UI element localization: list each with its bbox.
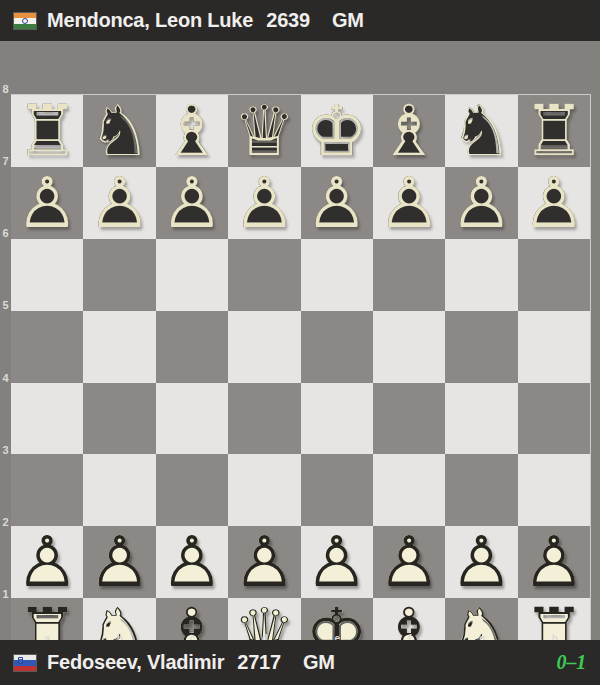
top-player-name: Mendonca, Leon Luke <box>47 9 253 32</box>
square-a7[interactable]: ♟♙ <box>11 167 83 239</box>
piece-white-pawn: ♟♙ <box>11 526 83 598</box>
piece-black-king: ♚♔ <box>301 95 373 167</box>
square-c3[interactable] <box>156 454 228 526</box>
piece-black-pawn: ♟♙ <box>518 167 590 239</box>
piece-black-pawn: ♟♙ <box>301 167 373 239</box>
piece-black-rook: ♜♖ <box>11 95 83 167</box>
square-f3[interactable] <box>373 454 445 526</box>
square-f8[interactable]: ♝♗ <box>373 95 445 167</box>
square-a6[interactable] <box>11 239 83 311</box>
square-e5[interactable] <box>301 311 373 383</box>
square-d6[interactable] <box>228 239 300 311</box>
chess-board[interactable]: ♜♖♞♘♝♗♛♕♚♔♝♗♞♘♜♖♟♙♟♙♟♙♟♙♟♙♟♙♟♙♟♙♟♙♟♙♟♙♟♙… <box>11 94 591 671</box>
piece-black-rook: ♜♖ <box>518 95 590 167</box>
piece-black-bishop: ♝♗ <box>373 95 445 167</box>
bottom-player-bar: Fedoseev, Vladimir 2717 GM 0–1 <box>0 640 600 685</box>
ashoka-chakra-icon <box>22 18 28 24</box>
square-g2[interactable]: ♟♙ <box>445 526 517 598</box>
square-e7[interactable]: ♟♙ <box>301 167 373 239</box>
piece-black-pawn: ♟♙ <box>445 167 517 239</box>
square-a8[interactable]: ♜♖ <box>11 95 83 167</box>
piece-white-pawn: ♟♙ <box>518 526 590 598</box>
piece-black-pawn: ♟♙ <box>83 167 155 239</box>
square-e8[interactable]: ♚♔ <box>301 95 373 167</box>
square-e4[interactable] <box>301 383 373 455</box>
square-e6[interactable] <box>301 239 373 311</box>
square-d8[interactable]: ♛♕ <box>228 95 300 167</box>
bottom-player-title: GM <box>303 651 335 674</box>
square-b2[interactable]: ♟♙ <box>83 526 155 598</box>
rank-label-8: 8 <box>0 53 11 125</box>
bottom-player-rating: 2717 <box>237 651 281 674</box>
square-g7[interactable]: ♟♙ <box>445 167 517 239</box>
square-a5[interactable] <box>11 311 83 383</box>
square-c2[interactable]: ♟♙ <box>156 526 228 598</box>
piece-black-pawn: ♟♙ <box>373 167 445 239</box>
rank-label-3: 3 <box>0 414 11 486</box>
square-g6[interactable] <box>445 239 517 311</box>
square-h3[interactable] <box>518 454 590 526</box>
rank-label-6: 6 <box>0 197 11 269</box>
square-c8[interactable]: ♝♗ <box>156 95 228 167</box>
square-a2[interactable]: ♟♙ <box>11 526 83 598</box>
square-a3[interactable] <box>11 454 83 526</box>
square-e3[interactable] <box>301 454 373 526</box>
piece-black-knight: ♞♘ <box>445 95 517 167</box>
square-c5[interactable] <box>156 311 228 383</box>
rank-label-7: 7 <box>0 125 11 197</box>
square-c6[interactable] <box>156 239 228 311</box>
piece-black-knight: ♞♘ <box>83 95 155 167</box>
square-c7[interactable]: ♟♙ <box>156 167 228 239</box>
square-g5[interactable] <box>445 311 517 383</box>
piece-black-pawn: ♟♙ <box>228 167 300 239</box>
square-h5[interactable] <box>518 311 590 383</box>
square-d5[interactable] <box>228 311 300 383</box>
piece-white-pawn: ♟♙ <box>228 526 300 598</box>
game-result: 0–1 <box>557 651 586 674</box>
chess-board-frame: ♜♖♞♘♝♗♛♕♚♔♝♗♞♘♜♖♟♙♟♙♟♙♟♙♟♙♟♙♟♙♟♙♟♙♟♙♟♙♟♙… <box>0 41 600 640</box>
bottom-player-name: Fedoseev, Vladimir <box>47 651 224 674</box>
square-b7[interactable]: ♟♙ <box>83 167 155 239</box>
square-b4[interactable] <box>83 383 155 455</box>
slovenia-coat-of-arms-icon <box>18 657 23 664</box>
piece-white-pawn: ♟♙ <box>156 526 228 598</box>
square-d7[interactable]: ♟♙ <box>228 167 300 239</box>
rank-label-2: 2 <box>0 486 11 558</box>
top-player-title: GM <box>332 9 364 32</box>
square-h4[interactable] <box>518 383 590 455</box>
piece-black-bishop: ♝♗ <box>156 95 228 167</box>
square-h8[interactable]: ♜♖ <box>518 95 590 167</box>
square-d3[interactable] <box>228 454 300 526</box>
piece-black-queen: ♛♕ <box>228 95 300 167</box>
top-player-bar: Mendonca, Leon Luke 2639 GM <box>0 0 600 41</box>
square-d4[interactable] <box>228 383 300 455</box>
square-b6[interactable] <box>83 239 155 311</box>
square-h6[interactable] <box>518 239 590 311</box>
square-g3[interactable] <box>445 454 517 526</box>
square-b3[interactable] <box>83 454 155 526</box>
piece-black-pawn: ♟♙ <box>156 167 228 239</box>
piece-white-pawn: ♟♙ <box>301 526 373 598</box>
square-f4[interactable] <box>373 383 445 455</box>
square-f6[interactable] <box>373 239 445 311</box>
rank-label-1: 1 <box>0 558 11 630</box>
slovenia-flag-icon <box>14 655 36 671</box>
square-d2[interactable]: ♟♙ <box>228 526 300 598</box>
top-player-rating: 2639 <box>266 9 310 32</box>
piece-black-pawn: ♟♙ <box>11 167 83 239</box>
square-f2[interactable]: ♟♙ <box>373 526 445 598</box>
square-h2[interactable]: ♟♙ <box>518 526 590 598</box>
india-flag-icon <box>14 13 36 29</box>
rank-label-5: 5 <box>0 269 11 341</box>
piece-white-pawn: ♟♙ <box>373 526 445 598</box>
square-b5[interactable] <box>83 311 155 383</box>
rank-label-4: 4 <box>0 342 11 414</box>
square-b8[interactable]: ♞♘ <box>83 95 155 167</box>
square-h7[interactable]: ♟♙ <box>518 167 590 239</box>
square-c4[interactable] <box>156 383 228 455</box>
square-e2[interactable]: ♟♙ <box>301 526 373 598</box>
piece-white-pawn: ♟♙ <box>445 526 517 598</box>
square-f7[interactable]: ♟♙ <box>373 167 445 239</box>
piece-white-pawn: ♟♙ <box>83 526 155 598</box>
square-a4[interactable] <box>11 383 83 455</box>
square-g4[interactable] <box>445 383 517 455</box>
chess-diagram-window: Mendonca, Leon Luke 2639 GM ♜♖♞♘♝♗♛♕♚♔♝♗… <box>0 0 600 685</box>
square-g8[interactable]: ♞♘ <box>445 95 517 167</box>
square-f5[interactable] <box>373 311 445 383</box>
